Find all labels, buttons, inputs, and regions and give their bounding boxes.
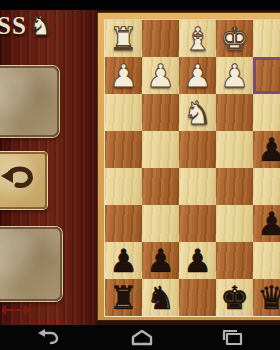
square-h5[interactable] xyxy=(105,168,142,205)
app-title: SS ♞ xyxy=(0,12,53,40)
black-pawn-d4[interactable]: ♟ xyxy=(253,131,280,168)
black-pawn-g7[interactable]: ♟ xyxy=(142,242,179,279)
white-pawn-e2[interactable]: ♟ xyxy=(216,57,253,94)
square-d6[interactable]: ♟ xyxy=(253,205,280,242)
square-e8[interactable]: ♚ xyxy=(216,279,253,316)
square-g2[interactable]: ♟ xyxy=(142,57,179,94)
square-e3[interactable] xyxy=(216,94,253,131)
black-knight-g8[interactable]: ♞ xyxy=(142,279,179,316)
player-plaque-top[interactable] xyxy=(0,66,59,137)
square-h1[interactable]: ♜ xyxy=(105,20,142,57)
black-pawn-h7[interactable]: ♟ xyxy=(105,242,142,279)
square-d2[interactable] xyxy=(253,57,280,94)
square-e2[interactable]: ♟ xyxy=(216,57,253,94)
square-h3[interactable] xyxy=(105,94,142,131)
square-f7[interactable]: ♟ xyxy=(179,242,216,279)
white-pawn-f2[interactable]: ♟ xyxy=(179,57,216,94)
app-title-text: SS xyxy=(0,12,27,40)
player-plaque-bottom[interactable] xyxy=(0,227,62,301)
white-pawn-g2[interactable]: ♟ xyxy=(142,57,179,94)
square-f1[interactable]: ♝ xyxy=(179,20,216,57)
left-panel: SS ♞ xyxy=(0,10,98,325)
board-grid: ♜♝♚♟♟♟♟♞♟♟♟♟♟♜♞♚♛ xyxy=(105,20,280,316)
black-pawn-f7[interactable]: ♟ xyxy=(179,242,216,279)
square-d3[interactable] xyxy=(253,94,280,131)
white-rook-h1[interactable]: ♜ xyxy=(105,20,142,57)
square-e4[interactable] xyxy=(216,131,253,168)
square-g4[interactable] xyxy=(142,131,179,168)
square-e1[interactable]: ♚ xyxy=(216,20,253,57)
white-pawn-h2[interactable]: ♟ xyxy=(105,57,142,94)
board-frame: ♜♝♚♟♟♟♟♞♟♟♟♟♟♜♞♚♛ xyxy=(97,12,280,321)
android-nav-bar xyxy=(0,325,280,350)
square-f2[interactable]: ♟ xyxy=(179,57,216,94)
square-e5[interactable] xyxy=(216,168,253,205)
nav-back-icon[interactable] xyxy=(37,329,59,346)
chess-app-screen: SS ♞ ♜♝♚♟♟♟♟♞♟♟♟♟♟♜♞♚♛ xyxy=(0,0,280,350)
square-f5[interactable] xyxy=(179,168,216,205)
square-g6[interactable] xyxy=(142,205,179,242)
square-e6[interactable] xyxy=(216,205,253,242)
square-g1[interactable] xyxy=(142,20,179,57)
square-h7[interactable]: ♟ xyxy=(105,242,142,279)
square-d8[interactable]: ♛ xyxy=(253,279,280,316)
square-h2[interactable]: ♟ xyxy=(105,57,142,94)
square-h8[interactable]: ♜ xyxy=(105,279,142,316)
white-knight-f3[interactable]: ♞ xyxy=(179,94,216,131)
square-d5[interactable] xyxy=(253,168,280,205)
square-d1[interactable] xyxy=(253,20,280,57)
undo-arrow-icon xyxy=(0,159,39,199)
square-g5[interactable] xyxy=(142,168,179,205)
white-king-e1[interactable]: ♚ xyxy=(216,20,253,57)
white-bishop-f1[interactable]: ♝ xyxy=(179,20,216,57)
square-f3[interactable]: ♞ xyxy=(179,94,216,131)
black-pawn-d6[interactable]: ♟ xyxy=(253,205,280,242)
square-h4[interactable] xyxy=(105,131,142,168)
chess-board: ♜♝♚♟♟♟♟♞♟♟♟♟♟♜♞♚♛ xyxy=(104,19,280,317)
square-g3[interactable] xyxy=(142,94,179,131)
red-arrow-flourish xyxy=(0,302,34,321)
square-d7[interactable] xyxy=(253,242,280,279)
square-d4[interactable]: ♟ xyxy=(253,131,280,168)
square-e7[interactable] xyxy=(216,242,253,279)
status-bar xyxy=(0,0,280,10)
square-g8[interactable]: ♞ xyxy=(142,279,179,316)
black-rook-h8[interactable]: ♜ xyxy=(105,279,142,316)
app-content: SS ♞ ♜♝♚♟♟♟♟♞♟♟♟♟♟♜♞♚♛ xyxy=(0,10,280,325)
nav-recents-icon[interactable] xyxy=(221,329,243,346)
knight-icon: ♞ xyxy=(29,12,53,40)
black-king-e8[interactable]: ♚ xyxy=(216,279,253,316)
square-f6[interactable] xyxy=(179,205,216,242)
square-h6[interactable] xyxy=(105,205,142,242)
undo-button[interactable] xyxy=(0,152,47,209)
black-queen-d8[interactable]: ♛ xyxy=(253,279,280,316)
square-f4[interactable] xyxy=(179,131,216,168)
square-g7[interactable]: ♟ xyxy=(142,242,179,279)
square-f8[interactable] xyxy=(179,279,216,316)
nav-home-icon[interactable] xyxy=(130,329,154,346)
board-region: ♜♝♚♟♟♟♟♞♟♟♟♟♟♜♞♚♛ xyxy=(97,10,280,325)
